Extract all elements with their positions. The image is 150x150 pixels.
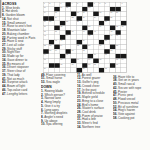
cell-number: 15 [55,12,57,14]
cell-number: 68 [44,59,46,61]
grid-cell[interactable] [93,68,98,72]
cell-number: 67 [105,54,107,56]
down-clues-list: 11. As well12. Forest grazer13. Golfer's… [77,73,110,129]
cell-number: 2 [49,2,50,4]
cell-number: 21 [55,16,57,18]
clue-item: 47. Lengthy letters [2,92,38,96]
cell-number: 9 [121,2,122,4]
cell-number: 56 [88,45,90,47]
cell-number: 31 [44,26,46,28]
cell-number: 70 [77,59,79,61]
cell-number: 64 [44,54,46,56]
cell-number: 43 [44,35,46,37]
cell-number: 36 [121,26,123,28]
cell-number: 37 [44,30,46,32]
clues-column-1: ACROSS 1. Wise birds5. Hot drink8. Garde… [2,1,38,149]
grid-cell[interactable] [88,68,93,72]
cell-number: 4 [71,2,72,4]
cell-number: 25 [110,16,112,18]
grid-cell[interactable] [121,68,126,72]
cell-number: 46 [110,35,112,37]
cell-number: 74 [121,59,123,61]
cell-number: 11 [60,7,62,9]
cell-number: 29 [77,21,79,23]
grid-cell[interactable] [60,68,65,72]
cell-number: 17 [83,12,85,14]
cell-number: 35 [116,26,118,28]
clues-column-4: 36. Have title to38. Get on in years40. … [113,75,148,129]
cell-number: 63 [110,49,112,51]
cell-number: 61 [71,49,73,51]
cell-number: 41 [94,30,96,32]
cell-number: 38 [55,30,57,32]
cell-number: 71 [88,59,90,61]
cell-number: 66 [94,54,96,56]
grid-cell-black [99,68,104,72]
grid-cell[interactable]: 82 [104,68,109,72]
grid-cell-black [77,68,82,72]
grid-cell[interactable] [71,68,76,72]
cell-number: 55 [77,45,79,47]
across-clues-list: 1. Wise birds5. Hot drink8. Garden bloom… [2,6,38,96]
down-clues-list: 36. Have title to38. Get on in years40. … [113,75,148,120]
grid-cell[interactable]: 81 [82,68,87,72]
clues-column-3: 11. As well12. Forest grazer13. Golfer's… [77,73,110,149]
cell-number: 14 [44,12,46,14]
cell-number: 60 [55,49,57,51]
cell-number: 58 [116,45,118,47]
crossword-page: 1234567891011121314151617181920212223242… [0,0,150,150]
grid-cell[interactable] [116,68,121,72]
cell-number: 59 [49,49,51,51]
cell-number: 81 [83,68,85,70]
cell-number: 40 [83,30,85,32]
cell-number: 16 [77,12,79,14]
cell-number: 57 [99,45,101,47]
grid-cell[interactable] [49,68,54,72]
cell-number: 26 [44,21,46,23]
clue-item: 58. Cooking pot [113,116,148,120]
cell-number: 7 [99,2,100,4]
cell-number: 27 [49,21,51,23]
cell-number: 34 [99,26,101,28]
cell-number: 3 [60,2,61,4]
grid-cell[interactable]: 80 [43,68,48,72]
cell-number: 76 [71,63,73,65]
clues-column-2: 49. Floor covering51. Small horse53. Sea… [41,73,74,149]
cell-number: 73 [116,59,118,61]
cell-number: 13 [88,7,90,9]
cell-number: 22 [71,16,73,18]
cell-number: 45 [88,35,90,37]
cell-number: 53 [49,45,51,47]
crossword-grid: 1234567891011121314151617181920212223242… [43,2,127,73]
cell-number: 24 [94,16,96,18]
cell-number: 18 [99,12,101,14]
across-clues-list: 49. Floor covering51. Small horse53. Sea… [41,73,74,84]
cell-number: 33 [88,26,90,28]
cell-number: 42 [110,30,112,32]
clue-item: 34. Northern tree [77,125,110,129]
cell-number: 19 [110,12,112,14]
cell-number: 23 [83,16,85,18]
cell-number: 48 [55,40,57,42]
clue-item: 53. Sea eagle [41,80,74,84]
cell-number: 78 [94,63,96,65]
down-clues-list: 1. Rowing blade2. Which person?3. Narrow… [41,89,74,126]
grid-cell[interactable] [66,68,71,72]
cell-number: 30 [105,21,107,23]
cell-number: 80 [44,68,46,70]
cell-number: 79 [116,63,118,65]
cell-number: 69 [60,59,62,61]
cell-number: 10 [44,7,46,9]
cell-number: 75 [60,63,62,65]
cell-number: 82 [105,68,107,70]
cell-number: 49 [60,40,62,42]
cell-number: 8 [105,2,106,4]
cell-number: 47 [116,35,118,37]
cell-number: 39 [71,30,73,32]
grid-cell[interactable] [54,68,59,72]
cell-number: 20 [116,12,118,14]
grid-cell[interactable] [110,68,115,72]
clue-item: 10. Spa offering [41,123,74,127]
cell-number: 12 [66,7,68,9]
cell-number: 62 [83,49,85,51]
cell-number: 65 [66,54,68,56]
cell-number: 51 [105,40,107,42]
cell-number: 52 [44,45,46,47]
cell-number: 6 [94,2,95,4]
cell-number: 54 [60,45,62,47]
cell-number: 28 [66,21,68,23]
cell-number: 50 [83,40,85,42]
cell-number: 1 [44,2,45,4]
cell-number: 32 [60,26,62,28]
cell-number: 77 [88,63,90,65]
cell-number: 5 [77,2,78,4]
cell-number: 44 [66,35,68,37]
cell-number: 72 [99,59,101,61]
